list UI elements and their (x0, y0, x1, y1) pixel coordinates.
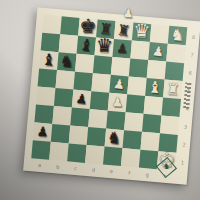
piece-white-knight-h8: ♞ (168, 26, 188, 46)
square-f7 (130, 41, 150, 61)
square-g4 (144, 96, 164, 116)
square-c2 (69, 125, 89, 145)
file-label-b: b (48, 160, 67, 175)
square-b4 (54, 88, 74, 108)
piece-black-rook-e8: ♜ (114, 21, 134, 41)
square-a1 (31, 140, 51, 160)
square-e5: ♟ (109, 75, 129, 95)
rank-label-3: 3 (179, 117, 193, 136)
square-a6: ♝ (39, 51, 59, 71)
square-b6: ♞ (57, 52, 77, 72)
board-grid: ♚♜♜♛♞♝♛♟♟♝♞♟♝♜♟♟♟♞♚ (31, 15, 187, 171)
piece-white-pawn-e4: ♟ (108, 93, 127, 112)
square-a4 (36, 86, 56, 106)
square-e1 (103, 147, 123, 167)
square-d5 (91, 73, 111, 93)
square-f5 (127, 76, 147, 96)
square-a8 (42, 15, 62, 35)
square-h6 (165, 62, 185, 82)
square-e4: ♟ (108, 93, 128, 113)
piece-black-bishop-c7: ♝ (76, 35, 96, 55)
captured-white-piece: ♟ (119, 3, 139, 23)
square-g3 (142, 114, 162, 134)
photo-background: ♚♜♜♛♞♝♛♟♟♝♞♟♝♜♟♟♟♞♚ abcdefgh 87654321 ♞ … (0, 0, 200, 200)
piece-black-pawn-a2: ♟ (33, 122, 53, 142)
square-f4 (126, 94, 146, 114)
piece-black-knight-b6: ♞ (57, 52, 77, 72)
square-b8 (60, 16, 80, 36)
piece-white-pawn-e5: ♟ (109, 74, 129, 94)
square-h5: ♜ (163, 80, 183, 100)
square-c7: ♝ (77, 36, 97, 56)
square-c1 (67, 143, 87, 163)
square-g8 (150, 24, 170, 44)
file-label-e: e (102, 164, 121, 179)
square-f3 (124, 112, 144, 132)
square-f2 (122, 130, 142, 150)
square-f1 (121, 148, 141, 168)
piece-black-pawn-e7: ♟ (112, 39, 132, 59)
square-c6 (75, 54, 95, 74)
rank-label-1: 1 (176, 153, 190, 172)
square-f6 (129, 58, 149, 78)
square-d7: ♛ (94, 37, 114, 57)
rank-label-7: 7 (185, 45, 199, 64)
square-a2: ♟ (33, 122, 53, 142)
square-e6 (111, 57, 131, 77)
file-label-g: g (138, 168, 157, 183)
square-b2 (51, 124, 71, 144)
piece-black-bishop-a6: ♝ (40, 51, 59, 70)
square-e7: ♟ (112, 39, 132, 59)
piece-white-pawn-g7: ♟ (148, 42, 168, 62)
piece-white-rook-h5: ♜ (163, 80, 183, 100)
square-d3 (88, 109, 108, 129)
square-b5 (55, 70, 75, 90)
piece-white-bishop-g5: ♝ (146, 78, 165, 97)
piece-white-queen-f8: ♛ (133, 21, 152, 40)
piece-black-knight-e2: ♞ (104, 128, 124, 148)
rank-label-8: 8 (187, 27, 200, 46)
corner-logo-knight-icon: ♞ (160, 160, 173, 173)
square-g5: ♝ (145, 78, 165, 98)
square-h3 (160, 115, 180, 135)
square-a5 (38, 69, 58, 89)
square-h4 (161, 97, 181, 117)
square-e2: ♞ (105, 129, 125, 149)
square-g2 (140, 132, 160, 152)
chessboard: ♚♜♜♛♞♝♛♟♟♝♞♟♝♜♟♟♟♞♚ abcdefgh 87654321 ♞ … (23, 7, 200, 185)
square-d2 (87, 127, 107, 147)
piece-black-pawn-c4: ♟ (71, 89, 91, 109)
square-b1 (49, 142, 69, 162)
piece-black-queen-d7: ♛ (95, 36, 114, 55)
file-label-a: a (30, 158, 49, 173)
square-f8: ♛ (132, 23, 152, 43)
square-e8: ♜ (114, 21, 134, 41)
square-d4 (90, 91, 110, 111)
square-c4: ♟ (72, 90, 92, 110)
square-b3 (52, 106, 72, 126)
file-label-f: f (120, 166, 139, 181)
piece-black-king-c8: ♚ (79, 16, 98, 35)
square-g7: ♟ (148, 42, 168, 62)
rank-label-2: 2 (177, 135, 191, 154)
square-h7 (166, 44, 186, 64)
square-c5 (73, 72, 93, 92)
square-h8: ♞ (168, 26, 188, 46)
file-label-d: d (84, 163, 103, 178)
square-c3 (70, 108, 90, 128)
file-label-c: c (66, 161, 85, 176)
square-d1 (85, 145, 105, 165)
rank-label-6: 6 (184, 63, 198, 82)
square-d6 (93, 55, 113, 75)
square-a3 (34, 104, 54, 124)
